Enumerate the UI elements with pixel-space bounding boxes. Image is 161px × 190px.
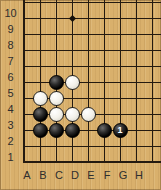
row-label-7: 7 [0,56,21,67]
column-label-b: B [35,170,51,181]
row-label-1: 1 [0,152,21,163]
row-label-4: 4 [0,104,21,115]
white-stone-d4[interactable] [65,107,80,122]
grid-line-horizontal [23,66,161,67]
white-stone-c5[interactable] [49,91,64,106]
grid-line-horizontal [23,82,161,83]
board-edge-line-bottom [23,161,161,163]
row-label-6: 6 [0,72,21,83]
column-label-h: H [131,170,147,181]
column-label-c: C [51,170,67,181]
column-label-g: G [115,170,131,181]
grid-line-horizontal [23,50,161,51]
black-stone-c3[interactable] [49,123,64,138]
black-stone-d3[interactable] [65,123,80,138]
white-stone-c4[interactable] [49,107,64,122]
row-label-2: 2 [0,136,21,147]
column-label-f: F [99,170,115,181]
row-label-3: 3 [0,120,21,131]
white-stone-d6[interactable] [65,75,80,90]
row-label-8: 8 [0,40,21,51]
white-stone-e4[interactable] [81,107,96,122]
white-stone-b5[interactable] [33,91,48,106]
row-label-10: 10 [0,8,21,19]
star-point-d10 [68,14,75,21]
grid-line-horizontal [23,34,161,35]
go-board[interactable]: 10987654321ABCDEFGH1 [0,0,161,190]
black-stone-c6[interactable] [49,75,64,90]
row-label-5: 5 [0,88,21,99]
move-number-label: 1 [117,125,122,134]
row-label-9: 9 [0,24,21,35]
black-stone-b3[interactable] [33,123,48,138]
black-stone-b4[interactable] [33,107,48,122]
grid-line-horizontal [23,2,161,3]
grid-line-horizontal [23,146,161,147]
black-stone-f3[interactable] [97,123,112,138]
grid-line-horizontal [23,18,161,19]
column-label-e: E [83,170,99,181]
column-label-d: D [67,170,83,181]
column-label-a: A [19,170,35,181]
black-stone-g3[interactable]: 1 [113,123,128,138]
